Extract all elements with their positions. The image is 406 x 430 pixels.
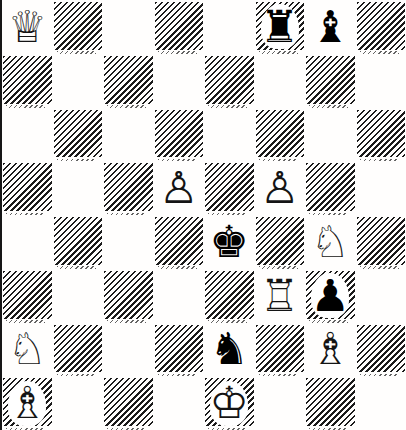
white-rook: ♖ [255,269,306,323]
white-king: ♔ [204,376,255,430]
square-e4[interactable]: ♚ [204,215,255,269]
square-d2[interactable] [154,323,205,377]
square-h7[interactable] [356,54,406,108]
white-pawn: ♙ [154,161,205,215]
square-c3[interactable] [103,269,154,323]
square-d3[interactable] [154,269,205,323]
square-g6[interactable] [305,108,356,162]
square-c8[interactable] [103,0,154,54]
square-h1[interactable] [356,376,406,430]
square-a1[interactable]: ♗ [2,376,53,430]
square-b5[interactable] [53,161,104,215]
square-d1[interactable] [154,376,205,430]
square-d6[interactable] [154,108,205,162]
square-e7[interactable] [204,54,255,108]
square-a8[interactable]: ♕ [2,0,53,54]
square-f4[interactable] [255,215,306,269]
square-g2[interactable]: ♗ [305,323,356,377]
square-b6[interactable] [53,108,104,162]
black-bishop: ♝ [305,0,356,54]
chess-board: ♕♜♝♙♙♚♘♖♟♘♞♗♗♔ [2,0,406,430]
black-pawn: ♟ [305,269,356,323]
square-a6[interactable] [2,108,53,162]
square-c6[interactable] [103,108,154,162]
black-king: ♚ [204,215,255,269]
square-d5[interactable]: ♙ [154,161,205,215]
square-h6[interactable] [356,108,406,162]
square-c5[interactable] [103,161,154,215]
square-b4[interactable] [53,215,104,269]
white-knight: ♘ [2,323,53,377]
square-c1[interactable] [103,376,154,430]
square-a5[interactable] [2,161,53,215]
square-e2[interactable]: ♞ [204,323,255,377]
square-f1[interactable] [255,376,306,430]
square-f5[interactable]: ♙ [255,161,306,215]
square-a7[interactable] [2,54,53,108]
square-e6[interactable] [204,108,255,162]
square-h8[interactable] [356,0,406,54]
square-c4[interactable] [103,215,154,269]
square-e8[interactable] [204,0,255,54]
white-queen: ♕ [2,0,53,54]
square-b2[interactable] [53,323,104,377]
square-b8[interactable] [53,0,104,54]
square-h3[interactable] [356,269,406,323]
square-h2[interactable] [356,323,406,377]
white-pawn: ♙ [255,161,306,215]
square-f8[interactable]: ♜ [255,0,306,54]
square-d7[interactable] [154,54,205,108]
square-g7[interactable] [305,54,356,108]
black-rook: ♜ [255,0,306,54]
square-a2[interactable]: ♘ [2,323,53,377]
chess-diagram: ♕♜♝♙♙♚♘♖♟♘♞♗♗♔ [0,0,406,430]
square-b3[interactable] [53,269,104,323]
white-knight: ♘ [305,215,356,269]
white-bishop: ♗ [305,323,356,377]
black-knight: ♞ [204,323,255,377]
square-g1[interactable] [305,376,356,430]
square-f7[interactable] [255,54,306,108]
square-b1[interactable] [53,376,104,430]
square-d4[interactable] [154,215,205,269]
square-f3[interactable]: ♖ [255,269,306,323]
square-h5[interactable] [356,161,406,215]
square-e3[interactable] [204,269,255,323]
square-g4[interactable]: ♘ [305,215,356,269]
square-g8[interactable]: ♝ [305,0,356,54]
square-e5[interactable] [204,161,255,215]
square-a3[interactable] [2,269,53,323]
square-a4[interactable] [2,215,53,269]
square-f6[interactable] [255,108,306,162]
square-g5[interactable] [305,161,356,215]
square-c7[interactable] [103,54,154,108]
square-d8[interactable] [154,0,205,54]
square-e1[interactable]: ♔ [204,376,255,430]
square-h4[interactable] [356,215,406,269]
square-c2[interactable] [103,323,154,377]
white-bishop: ♗ [2,376,53,430]
square-b7[interactable] [53,54,104,108]
square-g3[interactable]: ♟ [305,269,356,323]
square-f2[interactable] [255,323,306,377]
